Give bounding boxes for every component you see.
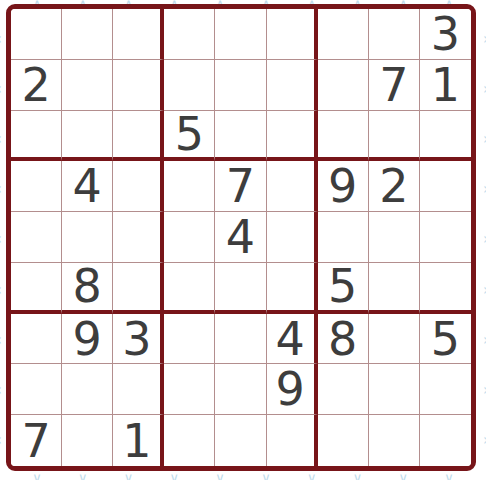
cell-r3c9[interactable] — [420, 111, 471, 162]
cell-r2c4[interactable] — [164, 60, 215, 111]
cell-r8c4[interactable] — [164, 364, 215, 415]
cell-r1c9[interactable]: 3 — [420, 9, 471, 60]
cell-r1c2[interactable] — [62, 9, 113, 60]
cell-r4c8[interactable]: 2 — [369, 161, 420, 212]
chevron-icon: ‹ — [0, 132, 2, 147]
chevron-icon: ‹ — [0, 232, 2, 247]
cell-r7c1[interactable] — [11, 314, 62, 365]
cell-r1c7[interactable] — [318, 9, 369, 60]
given-digit: 5 — [175, 111, 204, 157]
given-digit: 8 — [328, 316, 357, 362]
cell-r6c5[interactable] — [215, 263, 266, 314]
chevron-icon: ∨ — [444, 471, 454, 480]
cell-r9c8[interactable] — [369, 415, 420, 466]
cell-r9c4[interactable] — [164, 415, 215, 466]
cell-r5c1[interactable] — [11, 212, 62, 263]
cell-r3c7[interactable] — [318, 111, 369, 162]
chevron-icon: ∨ — [124, 471, 134, 480]
cell-r8c3[interactable] — [113, 364, 164, 415]
chevron-icon: ∨ — [170, 471, 180, 480]
cell-r5c9[interactable] — [420, 212, 471, 263]
cell-r4c7[interactable]: 9 — [318, 161, 369, 212]
chevron-icon: ∨ — [32, 471, 42, 480]
cell-r5c6[interactable] — [267, 212, 318, 263]
cell-r7c6[interactable]: 4 — [267, 314, 318, 365]
cell-r5c4[interactable] — [164, 212, 215, 263]
cell-r6c3[interactable] — [113, 263, 164, 314]
chevron-icon: ∨ — [353, 471, 363, 480]
cell-r2c8[interactable]: 7 — [369, 60, 420, 111]
chevron-icon: ∨ — [399, 471, 409, 480]
cell-r7c3[interactable]: 3 — [113, 314, 164, 365]
given-digit: 7 — [226, 163, 255, 209]
cell-r4c1[interactable] — [11, 161, 62, 212]
cell-r8c5[interactable] — [215, 364, 266, 415]
given-digit: 7 — [379, 62, 408, 108]
cell-r7c8[interactable] — [369, 314, 420, 365]
sudoku-page: { "game": "sudoku", "position": "0000000… — [0, 0, 486, 480]
chevron-icon: ∨ — [307, 471, 317, 480]
cell-r7c4[interactable] — [164, 314, 215, 365]
given-digit: 5 — [328, 263, 357, 309]
cell-r1c6[interactable] — [267, 9, 318, 60]
given-digit: 3 — [122, 316, 151, 362]
cell-r6c2[interactable]: 8 — [62, 263, 113, 314]
cell-r1c8[interactable] — [369, 9, 420, 60]
cell-r8c9[interactable] — [420, 364, 471, 415]
cell-r2c9[interactable]: 1 — [420, 60, 471, 111]
cell-r7c9[interactable]: 5 — [420, 314, 471, 365]
cell-r4c2[interactable]: 4 — [62, 161, 113, 212]
given-digit: 9 — [328, 163, 357, 209]
cell-r8c1[interactable] — [11, 364, 62, 415]
given-digit: 5 — [431, 316, 460, 362]
cell-r6c1[interactable] — [11, 263, 62, 314]
cell-r7c5[interactable] — [215, 314, 266, 365]
given-digit: 1 — [431, 62, 460, 108]
cell-r3c2[interactable] — [62, 111, 113, 162]
given-digit: 8 — [73, 263, 102, 309]
given-digit: 1 — [122, 418, 151, 464]
cell-r9c1[interactable]: 7 — [11, 415, 62, 466]
cell-r2c7[interactable] — [318, 60, 369, 111]
given-digit: 9 — [73, 316, 102, 362]
given-digit: 2 — [21, 62, 50, 108]
cell-r2c1[interactable]: 2 — [11, 60, 62, 111]
chevron-icon: ‹ — [0, 383, 2, 398]
chevron-icon: ‹ — [0, 333, 2, 348]
background-chevron-row-bottom: ∨∨∨∨∨∨∨∨∨∨ — [14, 471, 472, 480]
given-digit: 4 — [275, 316, 304, 362]
cell-r6c9[interactable] — [420, 263, 471, 314]
cell-r8c2[interactable] — [62, 364, 113, 415]
cell-r3c6[interactable] — [267, 111, 318, 162]
cell-r2c3[interactable] — [113, 60, 164, 111]
cell-r7c7[interactable]: 8 — [318, 314, 369, 365]
cell-r9c7[interactable] — [318, 415, 369, 466]
cell-r3c4[interactable]: 5 — [164, 111, 215, 162]
cell-r1c4[interactable] — [164, 9, 215, 60]
cell-r6c7[interactable]: 5 — [318, 263, 369, 314]
background-chevron-column-left: ‹‹‹‹‹‹‹‹‹ — [0, 14, 2, 466]
cell-r7c2[interactable]: 9 — [62, 314, 113, 365]
cell-r3c8[interactable] — [369, 111, 420, 162]
cell-r5c3[interactable] — [113, 212, 164, 263]
cell-r4c9[interactable] — [420, 161, 471, 212]
cell-r4c6[interactable] — [267, 161, 318, 212]
cell-r8c8[interactable] — [369, 364, 420, 415]
given-digit: 3 — [431, 11, 460, 57]
chevron-icon: ‹ — [0, 283, 2, 298]
cell-r2c5[interactable] — [215, 60, 266, 111]
cell-r8c7[interactable] — [318, 364, 369, 415]
cell-r6c8[interactable] — [369, 263, 420, 314]
chevron-icon: ‹ — [0, 182, 2, 197]
given-digit: 9 — [275, 366, 304, 412]
given-digit: 2 — [379, 163, 408, 209]
cell-r4c4[interactable] — [164, 161, 215, 212]
given-digit: 7 — [21, 418, 50, 464]
cell-r1c3[interactable] — [113, 9, 164, 60]
chevron-icon: ∨ — [78, 471, 88, 480]
cell-r6c6[interactable] — [267, 263, 318, 314]
chevron-icon: ∨ — [261, 471, 271, 480]
cell-r9c3[interactable]: 1 — [113, 415, 164, 466]
chevron-icon: ‹ — [0, 82, 2, 97]
cell-r1c5[interactable] — [215, 9, 266, 60]
cell-r2c6[interactable] — [267, 60, 318, 111]
given-digit: 4 — [73, 163, 102, 209]
cell-r8c6[interactable]: 9 — [267, 364, 318, 415]
cell-r5c8[interactable] — [369, 212, 420, 263]
cell-r5c5[interactable]: 4 — [215, 212, 266, 263]
chevron-icon: ‹ — [0, 433, 2, 448]
cell-r4c3[interactable] — [113, 161, 164, 212]
cell-r9c2[interactable] — [62, 415, 113, 466]
cell-r5c2[interactable] — [62, 212, 113, 263]
given-digit: 4 — [226, 214, 255, 260]
cell-r4c5[interactable]: 7 — [215, 161, 266, 212]
cell-r1c1[interactable] — [11, 9, 62, 60]
cell-r9c9[interactable] — [420, 415, 471, 466]
cell-r3c3[interactable] — [113, 111, 164, 162]
cell-r3c1[interactable] — [11, 111, 62, 162]
chevron-icon: ∨ — [215, 471, 225, 480]
cell-r3c5[interactable] — [215, 111, 266, 162]
cell-r9c5[interactable] — [215, 415, 266, 466]
cell-r5c7[interactable] — [318, 212, 369, 263]
cell-r6c4[interactable] — [164, 263, 215, 314]
cell-r2c2[interactable] — [62, 60, 113, 111]
cell-r9c6[interactable] — [267, 415, 318, 466]
chevron-icon: ‹ — [0, 32, 2, 47]
sudoku-board: 32715479248593485971 — [6, 4, 476, 471]
